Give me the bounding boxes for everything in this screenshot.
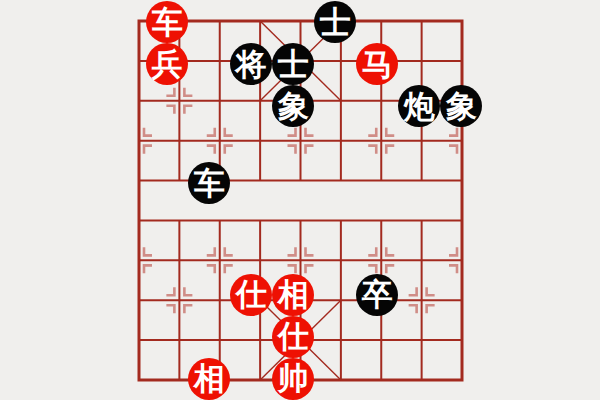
board-point-f4-r2: 将 xyxy=(230,43,272,85)
piece-red-soldier[interactable]: 兵 xyxy=(146,43,188,85)
piece-red-elephant[interactable]: 相 xyxy=(272,274,314,316)
board-point-f7-r8: 卒 xyxy=(356,274,398,316)
board-point-f5-r10: 帅 xyxy=(272,358,314,400)
pieces-grid: 车士兵将士马象炮象车仕相卒仕相帅 xyxy=(119,1,482,400)
piece-black-chariot[interactable]: 车 xyxy=(188,162,230,204)
piece-black-advisor[interactable]: 士 xyxy=(272,43,314,85)
board-point-f6-r1: 士 xyxy=(314,1,356,43)
xiangqi-board-stage: 车士兵将士马象炮象车仕相卒仕相帅 xyxy=(0,0,600,400)
board-point-f5-r8: 相 xyxy=(272,274,314,316)
board-point-f3-r10: 相 xyxy=(188,358,230,400)
piece-red-horse[interactable]: 马 xyxy=(356,43,398,85)
board-point-f9-r3: 象 xyxy=(440,85,482,127)
piece-black-elephant[interactable]: 象 xyxy=(440,85,482,127)
piece-black-advisor[interactable]: 士 xyxy=(314,1,356,43)
board-point-f7-r2: 马 xyxy=(356,43,398,85)
piece-black-general[interactable]: 将 xyxy=(230,43,272,85)
piece-red-chariot[interactable]: 车 xyxy=(146,1,188,43)
board-point-f3-r5: 车 xyxy=(188,162,230,204)
piece-red-advisor[interactable]: 仕 xyxy=(272,316,314,358)
board-point-f5-r2: 士 xyxy=(272,43,314,85)
board-point-f2-r1: 车 xyxy=(146,1,188,43)
piece-black-cannon[interactable]: 炮 xyxy=(398,85,440,127)
piece-black-soldier[interactable]: 卒 xyxy=(356,274,398,316)
piece-red-elephant[interactable]: 相 xyxy=(188,358,230,400)
piece-black-elephant[interactable]: 象 xyxy=(272,85,314,127)
board-point-f8-r3: 炮 xyxy=(398,85,440,127)
board-point-f5-r3: 象 xyxy=(272,85,314,127)
piece-red-general[interactable]: 帅 xyxy=(272,358,314,400)
piece-red-advisor[interactable]: 仕 xyxy=(230,274,272,316)
board-point-f2-r2: 兵 xyxy=(146,43,188,85)
board-point-f4-r8: 仕 xyxy=(230,274,272,316)
board-point-f5-r9: 仕 xyxy=(272,316,314,358)
